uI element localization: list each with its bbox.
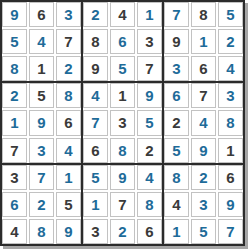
cell-r6c2[interactable]: 3 bbox=[29, 138, 54, 163]
cell-r5c6[interactable]: 5 bbox=[137, 110, 162, 135]
cell-r4c6[interactable]: 9 bbox=[137, 83, 162, 108]
cell-r2c8[interactable]: 1 bbox=[191, 29, 216, 54]
cell-r2c5[interactable]: 6 bbox=[110, 29, 135, 54]
cell-r5c3[interactable]: 6 bbox=[56, 110, 81, 135]
cell-r5c9[interactable]: 8 bbox=[218, 110, 243, 135]
cell-r2c9[interactable]: 2 bbox=[218, 29, 243, 54]
cell-r8c2[interactable]: 2 bbox=[29, 192, 54, 217]
cell-r8c7[interactable]: 4 bbox=[164, 192, 189, 217]
cell-r1c5[interactable]: 4 bbox=[110, 2, 135, 27]
cell-r4c8[interactable]: 7 bbox=[191, 83, 216, 108]
cell-r4c5[interactable]: 1 bbox=[110, 83, 135, 108]
cell-r7c3[interactable]: 1 bbox=[56, 165, 81, 190]
cell-r5c4[interactable]: 7 bbox=[83, 110, 108, 135]
cell-r7c5[interactable]: 9 bbox=[110, 165, 135, 190]
box-8: 594178326 bbox=[83, 165, 162, 244]
box-9: 826439157 bbox=[164, 165, 243, 244]
box-4: 258196734 bbox=[2, 83, 81, 162]
cell-r1c1[interactable]: 9 bbox=[2, 2, 27, 27]
cell-r4c3[interactable]: 8 bbox=[56, 83, 81, 108]
cell-r1c7[interactable]: 7 bbox=[164, 2, 189, 27]
cell-r4c9[interactable]: 3 bbox=[218, 83, 243, 108]
cell-r1c3[interactable]: 3 bbox=[56, 2, 81, 27]
cell-r3c3[interactable]: 2 bbox=[56, 56, 81, 81]
cell-r4c2[interactable]: 5 bbox=[29, 83, 54, 108]
box-7: 371625489 bbox=[2, 165, 81, 244]
cell-r1c4[interactable]: 2 bbox=[83, 2, 108, 27]
cell-r9c1[interactable]: 4 bbox=[2, 219, 27, 244]
cell-r1c2[interactable]: 6 bbox=[29, 2, 54, 27]
cell-r8c5[interactable]: 7 bbox=[110, 192, 135, 217]
box-1: 963547812 bbox=[2, 2, 81, 81]
cell-r6c7[interactable]: 5 bbox=[164, 138, 189, 163]
cell-r7c8[interactable]: 2 bbox=[191, 165, 216, 190]
cell-r1c9[interactable]: 5 bbox=[218, 2, 243, 27]
cell-r4c7[interactable]: 6 bbox=[164, 83, 189, 108]
cell-r2c1[interactable]: 5 bbox=[2, 29, 27, 54]
cell-r9c2[interactable]: 8 bbox=[29, 219, 54, 244]
cell-r8c4[interactable]: 1 bbox=[83, 192, 108, 217]
cell-r7c4[interactable]: 5 bbox=[83, 165, 108, 190]
cell-r5c7[interactable]: 2 bbox=[164, 110, 189, 135]
cell-r6c3[interactable]: 4 bbox=[56, 138, 81, 163]
cell-r5c2[interactable]: 9 bbox=[29, 110, 54, 135]
cell-r9c4[interactable]: 3 bbox=[83, 219, 108, 244]
cell-r8c9[interactable]: 9 bbox=[218, 192, 243, 217]
cell-r9c7[interactable]: 1 bbox=[164, 219, 189, 244]
cell-r6c5[interactable]: 8 bbox=[110, 138, 135, 163]
cell-r3c8[interactable]: 6 bbox=[191, 56, 216, 81]
box-3: 785912364 bbox=[164, 2, 243, 81]
cell-r5c1[interactable]: 1 bbox=[2, 110, 27, 135]
cell-r7c6[interactable]: 4 bbox=[137, 165, 162, 190]
cell-r6c8[interactable]: 9 bbox=[191, 138, 216, 163]
cell-r5c5[interactable]: 3 bbox=[110, 110, 135, 135]
box-6: 673248591 bbox=[164, 83, 243, 162]
cell-r9c5[interactable]: 2 bbox=[110, 219, 135, 244]
cell-r3c1[interactable]: 8 bbox=[2, 56, 27, 81]
cell-r6c1[interactable]: 7 bbox=[2, 138, 27, 163]
cell-r7c7[interactable]: 8 bbox=[164, 165, 189, 190]
cell-r8c6[interactable]: 8 bbox=[137, 192, 162, 217]
cell-r2c7[interactable]: 9 bbox=[164, 29, 189, 54]
cell-r2c3[interactable]: 7 bbox=[56, 29, 81, 54]
cell-r8c3[interactable]: 5 bbox=[56, 192, 81, 217]
cell-r9c9[interactable]: 7 bbox=[218, 219, 243, 244]
cell-r2c4[interactable]: 8 bbox=[83, 29, 108, 54]
cell-r4c4[interactable]: 4 bbox=[83, 83, 108, 108]
cell-r9c6[interactable]: 6 bbox=[137, 219, 162, 244]
sudoku-board: 9635478122418639577859123642581967344197… bbox=[0, 0, 245, 246]
cell-r3c6[interactable]: 7 bbox=[137, 56, 162, 81]
cell-r9c3[interactable]: 9 bbox=[56, 219, 81, 244]
cell-r1c8[interactable]: 8 bbox=[191, 2, 216, 27]
cell-r6c4[interactable]: 6 bbox=[83, 138, 108, 163]
cell-r4c1[interactable]: 2 bbox=[2, 83, 27, 108]
cell-r3c9[interactable]: 4 bbox=[218, 56, 243, 81]
box-5: 419735682 bbox=[83, 83, 162, 162]
cell-r7c2[interactable]: 7 bbox=[29, 165, 54, 190]
cell-r3c7[interactable]: 3 bbox=[164, 56, 189, 81]
cell-r9c8[interactable]: 5 bbox=[191, 219, 216, 244]
box-2: 241863957 bbox=[83, 2, 162, 81]
cell-r3c2[interactable]: 1 bbox=[29, 56, 54, 81]
cell-r3c5[interactable]: 5 bbox=[110, 56, 135, 81]
cell-r3c4[interactable]: 9 bbox=[83, 56, 108, 81]
cell-r2c6[interactable]: 3 bbox=[137, 29, 162, 54]
cell-r6c9[interactable]: 1 bbox=[218, 138, 243, 163]
cell-r7c9[interactable]: 6 bbox=[218, 165, 243, 190]
cell-r2c2[interactable]: 4 bbox=[29, 29, 54, 54]
cell-r7c1[interactable]: 3 bbox=[2, 165, 27, 190]
cell-r6c6[interactable]: 2 bbox=[137, 138, 162, 163]
cell-r8c1[interactable]: 6 bbox=[2, 192, 27, 217]
cell-r1c6[interactable]: 1 bbox=[137, 2, 162, 27]
cell-r5c8[interactable]: 4 bbox=[191, 110, 216, 135]
cell-r8c8[interactable]: 3 bbox=[191, 192, 216, 217]
